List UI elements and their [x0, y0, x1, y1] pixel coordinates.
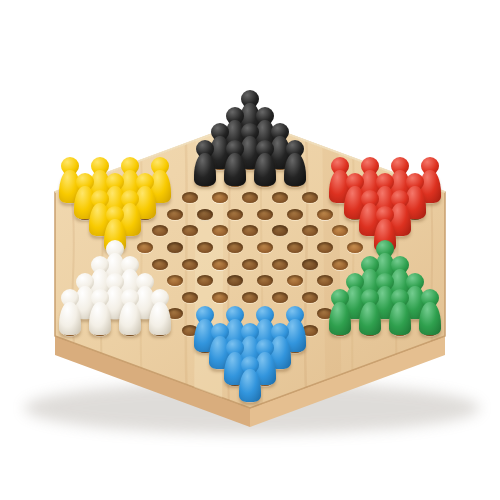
hole[interactable] [182, 292, 198, 303]
peg-blue[interactable] [237, 356, 263, 402]
hole[interactable] [242, 259, 258, 270]
peg-body [149, 302, 171, 335]
peg-black[interactable] [282, 140, 308, 186]
hole[interactable] [317, 209, 333, 220]
hole[interactable] [287, 242, 303, 253]
hole[interactable] [332, 259, 348, 270]
peg-body [254, 153, 276, 186]
hole[interactable] [272, 292, 288, 303]
peg-body [329, 302, 351, 335]
hole[interactable] [212, 259, 228, 270]
peg-body [89, 302, 111, 335]
hole[interactable] [272, 259, 288, 270]
hole[interactable] [212, 292, 228, 303]
peg-black[interactable] [222, 140, 248, 186]
peg-body [59, 302, 81, 335]
hole[interactable] [167, 242, 183, 253]
hole[interactable] [137, 242, 153, 253]
hole[interactable] [257, 242, 273, 253]
hole[interactable] [197, 209, 213, 220]
peg-green[interactable] [327, 289, 353, 335]
peg-white[interactable] [117, 289, 143, 335]
peg-body [419, 302, 441, 335]
peg-green[interactable] [387, 289, 413, 335]
hole[interactable] [257, 209, 273, 220]
peg-body [119, 302, 141, 335]
hole[interactable] [287, 209, 303, 220]
peg-white[interactable] [87, 289, 113, 335]
hole[interactable] [317, 242, 333, 253]
hole[interactable] [182, 259, 198, 270]
hole[interactable] [302, 292, 318, 303]
hole[interactable] [167, 209, 183, 220]
hole[interactable] [302, 259, 318, 270]
hole[interactable] [242, 292, 258, 303]
peg-black[interactable] [252, 140, 278, 186]
peg-green[interactable] [357, 289, 383, 335]
peg-body [359, 302, 381, 335]
peg-body [239, 369, 261, 402]
product-photo-stage [0, 0, 500, 500]
hole[interactable] [152, 259, 168, 270]
peg-body [194, 153, 216, 186]
peg-white[interactable] [57, 289, 83, 335]
peg-black[interactable] [192, 140, 218, 186]
peg-green[interactable] [417, 289, 443, 335]
hole[interactable] [227, 209, 243, 220]
hole[interactable] [227, 242, 243, 253]
peg-body [389, 302, 411, 335]
hole[interactable] [197, 242, 213, 253]
hole[interactable] [347, 242, 363, 253]
peg-body [224, 153, 246, 186]
game-board [0, 0, 500, 500]
peg-body [284, 153, 306, 186]
peg-white[interactable] [147, 289, 173, 335]
